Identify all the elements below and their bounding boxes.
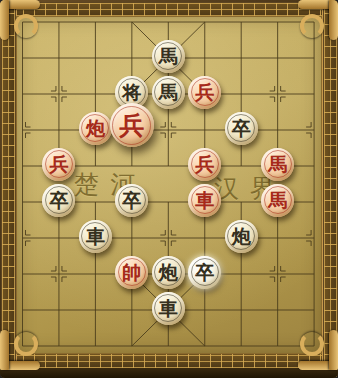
piece-glyph: 車 [195, 190, 214, 209]
frame-top-meander [0, 2, 338, 18]
frame-right-meander [322, 0, 338, 378]
piece-glyph: 卒 [232, 118, 251, 137]
piece-glyph: 馬 [268, 154, 287, 173]
piece-black-horse-1[interactable]: 馬 [152, 40, 185, 73]
frame-left-meander [1, 0, 17, 378]
piece-layer: 馬将馬兵炮兵卒兵兵馬卒卒車馬車炮帥炮卒車 [17, 17, 321, 353]
piece-red-general[interactable]: 帥 [115, 256, 148, 289]
xiangqi-window: 楚河 汉界 馬将馬兵炮兵卒兵兵馬卒卒車馬車炮帥炮卒車 [0, 0, 338, 378]
piece-glyph: 炮 [159, 262, 178, 281]
piece-black-pawn-3[interactable]: 卒 [115, 184, 148, 217]
piece-red-chariot-1[interactable]: 車 [188, 184, 221, 217]
piece-black-pawn-2[interactable]: 卒 [42, 184, 75, 217]
piece-glyph: 馬 [268, 190, 287, 209]
piece-glyph: 兵 [119, 112, 144, 137]
piece-glyph: 兵 [195, 82, 214, 101]
piece-glyph: 卒 [49, 190, 68, 209]
piece-glyph: 車 [86, 226, 105, 245]
piece-glyph: 卒 [195, 262, 214, 281]
piece-black-cannon-2[interactable]: 炮 [152, 256, 185, 289]
piece-glyph: 兵 [49, 154, 68, 173]
piece-red-horse-1[interactable]: 馬 [261, 148, 294, 181]
piece-glyph: 卒 [122, 190, 141, 209]
piece-red-cannon-1[interactable]: 炮 [79, 112, 112, 145]
piece-red-pawn-2[interactable]: 兵 [110, 103, 154, 147]
piece-black-chariot-1[interactable]: 車 [79, 220, 112, 253]
piece-glyph: 将 [122, 82, 141, 101]
piece-red-horse-2[interactable]: 馬 [261, 184, 294, 217]
piece-black-horse-2[interactable]: 馬 [152, 76, 185, 109]
piece-glyph: 馬 [159, 46, 178, 65]
piece-red-pawn-1[interactable]: 兵 [188, 76, 221, 109]
piece-glyph: 炮 [86, 118, 105, 137]
piece-glyph: 炮 [232, 226, 251, 245]
piece-black-pawn-4[interactable]: 卒 [188, 256, 221, 289]
piece-red-pawn-4[interactable]: 兵 [188, 148, 221, 181]
piece-black-pawn-1[interactable]: 卒 [225, 112, 258, 145]
piece-black-chariot-2[interactable]: 車 [152, 292, 185, 325]
frame-bottom-meander [0, 352, 338, 370]
piece-glyph: 車 [159, 298, 178, 317]
board[interactable]: 楚河 汉界 馬将馬兵炮兵卒兵兵馬卒卒車馬車炮帥炮卒車 [17, 17, 321, 353]
piece-glyph: 帥 [122, 262, 141, 281]
piece-glyph: 兵 [195, 154, 214, 173]
piece-glyph: 馬 [159, 82, 178, 101]
piece-red-pawn-3[interactable]: 兵 [42, 148, 75, 181]
piece-black-cannon-1[interactable]: 炮 [225, 220, 258, 253]
